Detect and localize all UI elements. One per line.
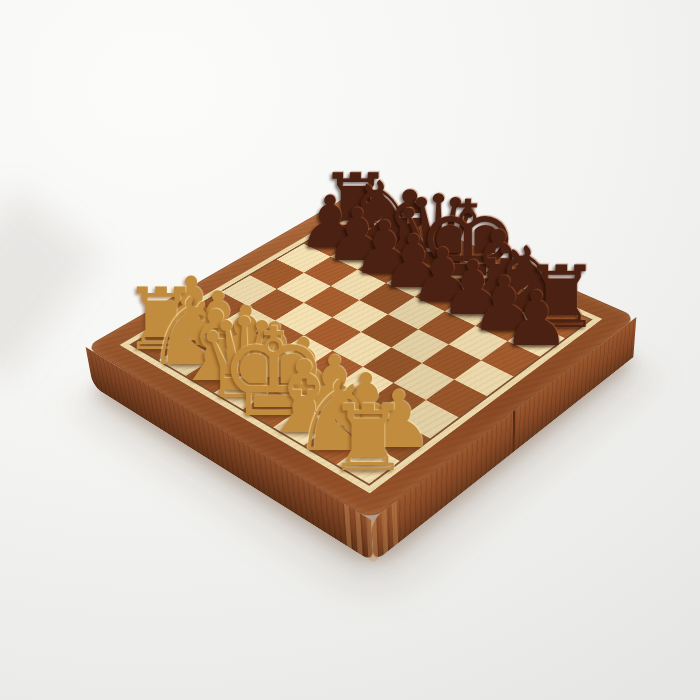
photo-stage	[0, 0, 700, 700]
wood-grain	[426, 379, 487, 417]
wood-grain	[507, 323, 565, 357]
wood-grain	[422, 344, 481, 379]
square-e4	[333, 332, 391, 366]
wood-grain	[391, 329, 449, 363]
square-h4	[426, 379, 487, 417]
square-c2	[217, 338, 275, 372]
square-h7	[507, 323, 565, 357]
square-h1	[336, 442, 400, 484]
square-d1	[214, 373, 274, 410]
wood-grain	[335, 403, 397, 442]
square-d2	[245, 354, 304, 390]
hinge-seam	[512, 410, 515, 453]
square-c1	[186, 357, 245, 393]
square-d3	[275, 335, 333, 369]
square-g2	[335, 403, 397, 442]
square-g5	[422, 344, 481, 379]
square-e1	[243, 389, 304, 427]
wood-grain	[397, 400, 459, 439]
wood-grain	[304, 350, 363, 385]
wood-grain	[449, 326, 507, 360]
wood-grain	[394, 363, 454, 399]
square-f4	[363, 347, 422, 382]
square-g1	[304, 424, 367, 464]
square-g4	[394, 363, 454, 399]
wood-grain	[274, 369, 334, 406]
wood-grain	[245, 354, 304, 390]
square-h6	[481, 341, 540, 376]
wood-grain	[304, 424, 367, 464]
wood-grain	[159, 341, 217, 376]
square-f2	[304, 386, 365, 424]
square-h2	[367, 420, 430, 460]
square-g3	[365, 383, 426, 421]
square-h5	[454, 360, 514, 396]
wood-grain	[367, 420, 430, 460]
wood-grain	[217, 338, 275, 372]
wood-grain	[481, 341, 540, 376]
wood-grain	[186, 357, 245, 393]
wood-grain	[214, 373, 274, 410]
wood-grain	[365, 383, 426, 421]
wood-grain	[363, 347, 422, 382]
wood-grain	[336, 442, 400, 484]
wood-grain	[304, 386, 365, 424]
square-f3	[334, 366, 394, 403]
wood-grain	[243, 389, 304, 427]
square-g6	[449, 326, 507, 360]
wood-grain	[454, 360, 514, 396]
square-b1	[159, 341, 217, 376]
wood-grain	[275, 335, 333, 369]
square-f1	[273, 406, 335, 445]
wood-grain	[334, 366, 394, 403]
chess-board	[86, 193, 637, 520]
square-f5	[391, 329, 449, 363]
square-e2	[274, 369, 334, 406]
wood-grain	[273, 406, 335, 445]
square-e3	[304, 350, 363, 385]
square-h3	[397, 400, 459, 439]
wood-grain	[333, 332, 391, 366]
